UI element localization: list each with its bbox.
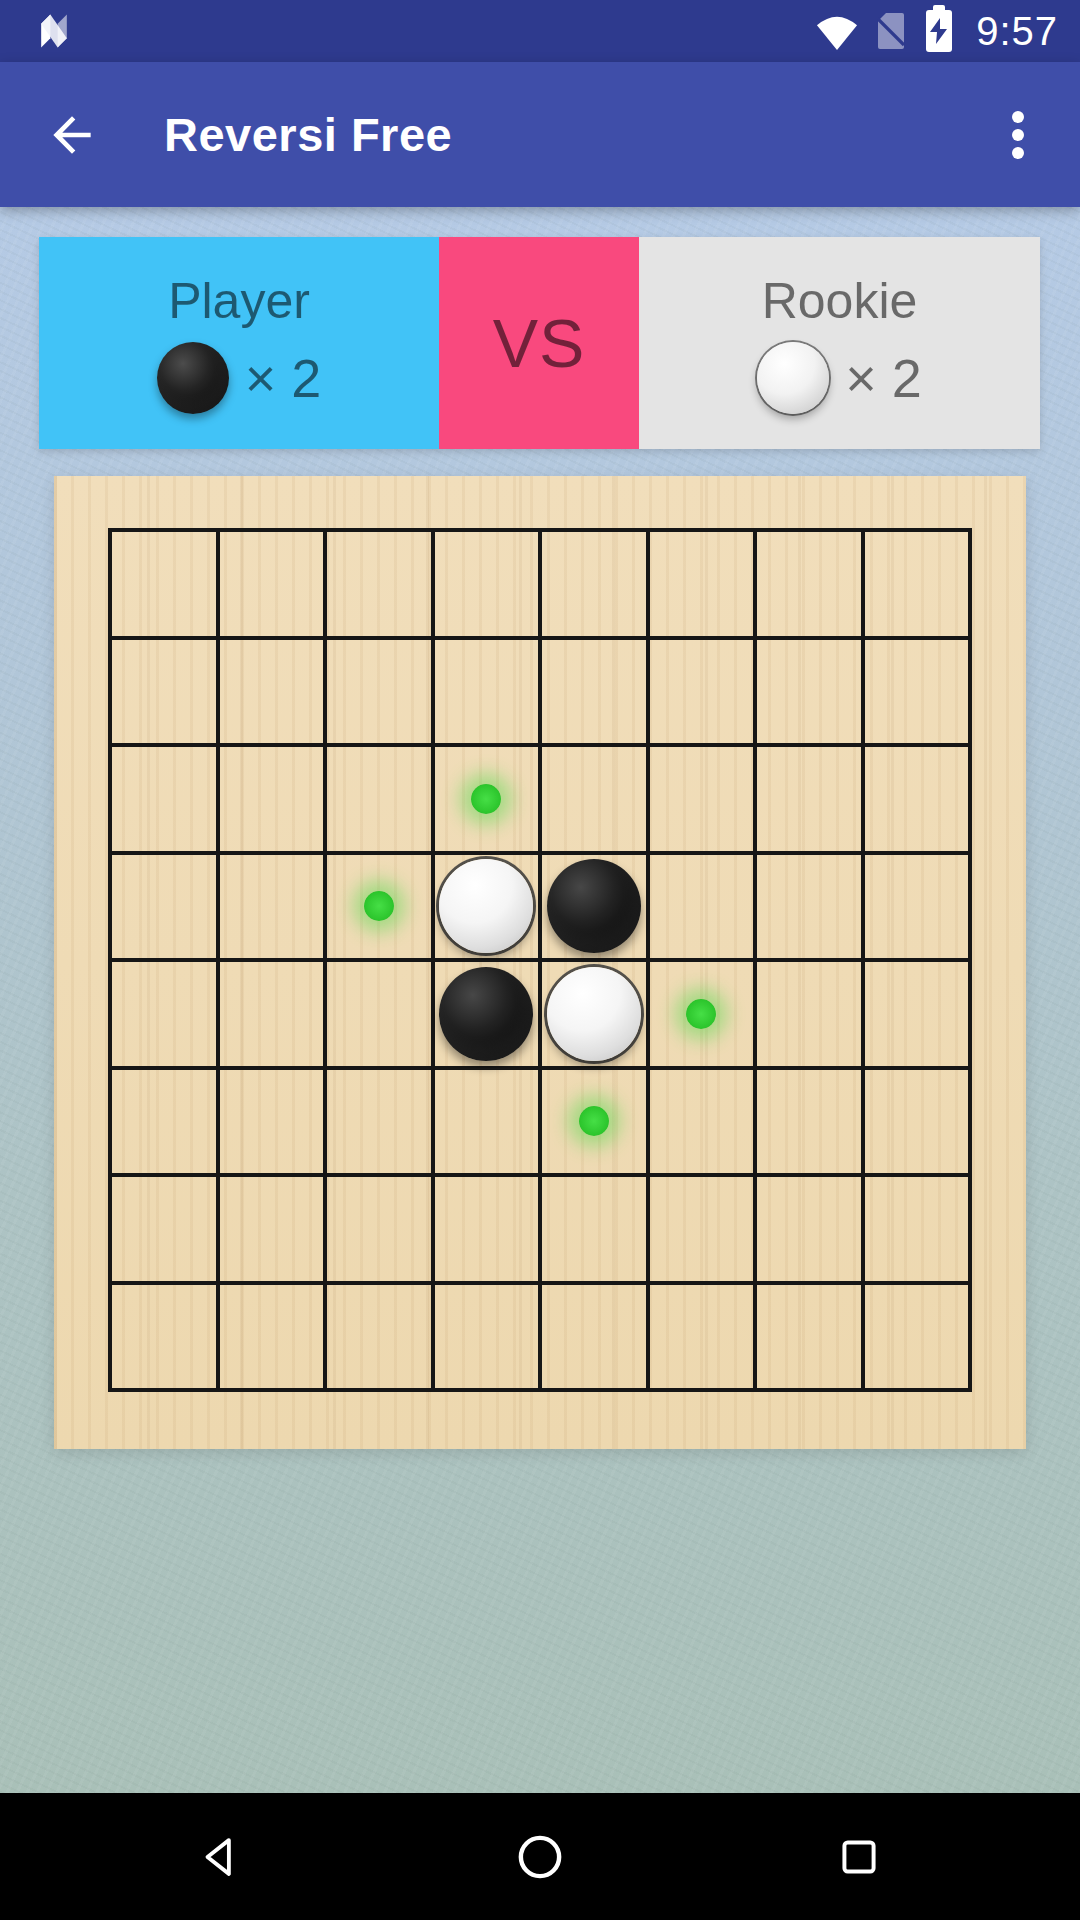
cell-h8[interactable] <box>863 1283 971 1391</box>
cell-b8[interactable] <box>218 1283 326 1391</box>
player-score-row: × 2 <box>157 342 322 414</box>
cell-h4[interactable] <box>863 853 971 961</box>
opponent-name: Rookie <box>762 272 918 330</box>
opponent-disc-count: × 2 <box>845 347 922 409</box>
nav-recents-icon <box>834 1832 884 1882</box>
cell-d7[interactable] <box>433 1175 541 1283</box>
player-name: Player <box>168 272 310 330</box>
status-bar-icons: 9:57 <box>814 9 1058 54</box>
app-bar: Reversi Free <box>0 62 1080 207</box>
overflow-dot <box>1012 111 1024 123</box>
cell-c6[interactable] <box>325 1068 433 1176</box>
game-background: Player × 2 VS Rookie × 2 <box>0 207 1080 1793</box>
cell-d2[interactable] <box>433 638 541 746</box>
cell-f8[interactable] <box>648 1283 756 1391</box>
legal-move-hint <box>686 999 716 1029</box>
cell-e4[interactable] <box>540 853 648 961</box>
cell-f1[interactable] <box>648 530 756 638</box>
cell-g5[interactable] <box>755 960 863 1068</box>
nav-home-button[interactable] <box>508 1825 572 1889</box>
nav-home-icon <box>512 1829 568 1885</box>
cell-c1[interactable] <box>325 530 433 638</box>
cell-a7[interactable] <box>110 1175 218 1283</box>
opponent-score-panel: Rookie × 2 <box>639 237 1040 449</box>
cell-f5[interactable] <box>648 960 756 1068</box>
cell-g1[interactable] <box>755 530 863 638</box>
cell-c8[interactable] <box>325 1283 433 1391</box>
scoreboard: Player × 2 VS Rookie × 2 <box>39 237 1040 449</box>
cell-d1[interactable] <box>433 530 541 638</box>
black-disc <box>439 967 533 1061</box>
no-sim-icon <box>876 11 906 51</box>
cell-b4[interactable] <box>218 853 326 961</box>
cell-b5[interactable] <box>218 960 326 1068</box>
back-arrow-icon <box>44 107 100 163</box>
cell-e6[interactable] <box>540 1068 648 1176</box>
overflow-dot <box>1012 147 1024 159</box>
board-panel <box>54 476 1026 1449</box>
cell-a1[interactable] <box>110 530 218 638</box>
legal-move-hint <box>579 1106 609 1136</box>
cell-b3[interactable] <box>218 745 326 853</box>
cell-h6[interactable] <box>863 1068 971 1176</box>
cell-h5[interactable] <box>863 960 971 1068</box>
cell-d5[interactable] <box>433 960 541 1068</box>
cell-g7[interactable] <box>755 1175 863 1283</box>
cell-e7[interactable] <box>540 1175 648 1283</box>
app-title: Reversi Free <box>164 107 452 162</box>
cell-e3[interactable] <box>540 745 648 853</box>
black-disc <box>547 859 641 953</box>
opponent-score-row: × 2 <box>757 342 922 414</box>
cell-c2[interactable] <box>325 638 433 746</box>
cell-d6[interactable] <box>433 1068 541 1176</box>
cell-g4[interactable] <box>755 853 863 961</box>
cell-d4[interactable] <box>433 853 541 961</box>
cell-f4[interactable] <box>648 853 756 961</box>
player-disc-count: × 2 <box>245 347 322 409</box>
cell-e5[interactable] <box>540 960 648 1068</box>
cell-a8[interactable] <box>110 1283 218 1391</box>
cell-g8[interactable] <box>755 1283 863 1391</box>
black-disc-icon <box>157 342 229 414</box>
cell-c4[interactable] <box>325 853 433 961</box>
nav-back-icon <box>194 1830 248 1884</box>
overflow-dot <box>1012 129 1024 141</box>
cell-c5[interactable] <box>325 960 433 1068</box>
battery-charging-icon <box>926 10 952 52</box>
back-button[interactable] <box>42 105 102 165</box>
nav-back-button[interactable] <box>189 1825 253 1889</box>
cell-g6[interactable] <box>755 1068 863 1176</box>
cell-a5[interactable] <box>110 960 218 1068</box>
cell-h7[interactable] <box>863 1175 971 1283</box>
cell-b6[interactable] <box>218 1068 326 1176</box>
wifi-icon <box>814 10 860 52</box>
legal-move-hint <box>471 784 501 814</box>
phone-screen: 9:57 Reversi Free Player × 2 <box>0 0 1080 1920</box>
cell-h3[interactable] <box>863 745 971 853</box>
cell-f6[interactable] <box>648 1068 756 1176</box>
cell-b1[interactable] <box>218 530 326 638</box>
reversi-board <box>108 528 972 1392</box>
cell-e2[interactable] <box>540 638 648 746</box>
status-bar: 9:57 <box>0 0 1080 62</box>
android-n-icon <box>32 9 76 53</box>
legal-move-hint <box>364 891 394 921</box>
white-disc <box>439 859 533 953</box>
cell-c3[interactable] <box>325 745 433 853</box>
cell-f7[interactable] <box>648 1175 756 1283</box>
cell-a3[interactable] <box>110 745 218 853</box>
white-disc-icon <box>757 342 829 414</box>
nav-recents-button[interactable] <box>827 1825 891 1889</box>
cell-e8[interactable] <box>540 1283 648 1391</box>
vs-panel: VS <box>439 237 639 449</box>
android-nav-bar <box>0 1793 1080 1920</box>
cell-a4[interactable] <box>110 853 218 961</box>
clock: 9:57 <box>976 9 1058 54</box>
cell-e1[interactable] <box>540 530 648 638</box>
player-score-panel: Player × 2 <box>39 237 439 449</box>
cell-b7[interactable] <box>218 1175 326 1283</box>
cell-d3[interactable] <box>433 745 541 853</box>
vs-label: VS <box>493 304 586 382</box>
cell-a2[interactable] <box>110 638 218 746</box>
overflow-menu-button[interactable] <box>1002 101 1034 169</box>
cell-f3[interactable] <box>648 745 756 853</box>
cell-b2[interactable] <box>218 638 326 746</box>
cell-g3[interactable] <box>755 745 863 853</box>
cell-f2[interactable] <box>648 638 756 746</box>
cell-c7[interactable] <box>325 1175 433 1283</box>
cell-d8[interactable] <box>433 1283 541 1391</box>
white-disc <box>547 967 641 1061</box>
cell-g2[interactable] <box>755 638 863 746</box>
cell-h1[interactable] <box>863 530 971 638</box>
cell-h2[interactable] <box>863 638 971 746</box>
cell-a6[interactable] <box>110 1068 218 1176</box>
